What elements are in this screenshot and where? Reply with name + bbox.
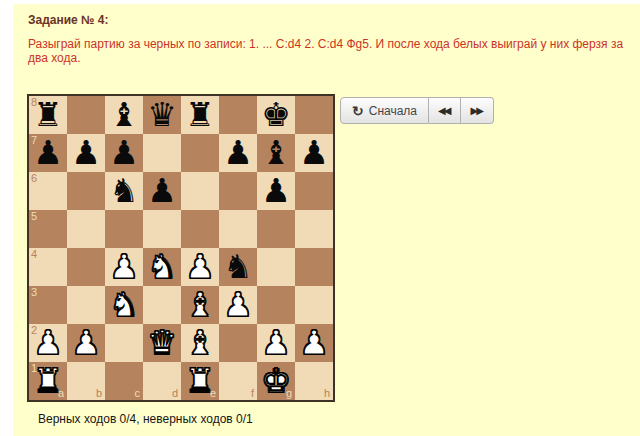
square-g5[interactable] — [257, 210, 295, 248]
piece-white-pawn[interactable]: ♟ — [223, 286, 253, 324]
square-f5[interactable] — [219, 210, 257, 248]
square-c4[interactable]: ♟ — [105, 248, 143, 286]
square-d5[interactable] — [143, 210, 181, 248]
piece-black-bishop[interactable]: ♝ — [109, 96, 139, 134]
playback-controls: ↻ Сначала ◀◀ ▶▶ — [340, 97, 494, 124]
square-a5[interactable]: 5 — [29, 210, 67, 248]
square-d4[interactable]: ♞ — [143, 248, 181, 286]
rewind-button[interactable]: ◀◀ — [429, 97, 461, 124]
square-g7[interactable]: ♝ — [257, 134, 295, 172]
square-f6[interactable] — [219, 172, 257, 210]
square-f2[interactable] — [219, 324, 257, 362]
square-c5[interactable] — [105, 210, 143, 248]
rank-label-4: 4 — [31, 249, 37, 260]
square-a7[interactable]: 7♟ — [29, 134, 67, 172]
square-f8[interactable] — [219, 96, 257, 134]
piece-black-bishop[interactable]: ♝ — [261, 134, 291, 172]
piece-black-pawn[interactable]: ♟ — [71, 134, 101, 172]
piece-black-rook[interactable]: ♜ — [33, 96, 63, 134]
square-d3[interactable] — [143, 286, 181, 324]
square-e6[interactable] — [181, 172, 219, 210]
file-label-h: h — [324, 388, 330, 399]
square-b1[interactable]: b — [67, 362, 105, 400]
square-h1[interactable]: h — [295, 362, 333, 400]
square-h2[interactable]: ♟ — [295, 324, 333, 362]
square-h8[interactable] — [295, 96, 333, 134]
piece-white-rook[interactable]: ♜ — [33, 362, 63, 400]
file-label-b: b — [96, 388, 102, 399]
forward-button[interactable]: ▶▶ — [461, 97, 493, 124]
piece-black-pawn[interactable]: ♟ — [223, 134, 253, 172]
chess-board: 8♜♝♛♜♚7♟♟♟♟♝♟6♞♟♟54♟♞♟♞3♞♝♟2♟♟♛♝♟♟1a♜bcd… — [29, 96, 333, 400]
square-h3[interactable] — [295, 286, 333, 324]
square-h6[interactable] — [295, 172, 333, 210]
file-label-d: d — [172, 388, 178, 399]
piece-black-queen[interactable]: ♛ — [147, 96, 177, 134]
piece-white-queen[interactable]: ♛ — [147, 324, 177, 362]
square-a8[interactable]: 8♜ — [29, 96, 67, 134]
piece-white-knight[interactable]: ♞ — [109, 286, 139, 324]
square-c3[interactable]: ♞ — [105, 286, 143, 324]
piece-black-king[interactable]: ♚ — [261, 96, 291, 134]
square-b4[interactable] — [67, 248, 105, 286]
square-c2[interactable] — [105, 324, 143, 362]
square-d1[interactable]: d — [143, 362, 181, 400]
square-g8[interactable]: ♚ — [257, 96, 295, 134]
square-g2[interactable]: ♟ — [257, 324, 295, 362]
square-f7[interactable]: ♟ — [219, 134, 257, 172]
square-b2[interactable]: ♟ — [67, 324, 105, 362]
square-c1[interactable]: c — [105, 362, 143, 400]
piece-black-pawn[interactable]: ♟ — [147, 172, 177, 210]
task-instructions: Разыграй партию за черных по записи: 1. … — [28, 37, 632, 65]
status-text: Верных ходов 0/4, неверных ходов 0/1 — [38, 412, 253, 426]
square-b8[interactable] — [67, 96, 105, 134]
square-a2[interactable]: 2♟ — [29, 324, 67, 362]
piece-white-pawn[interactable]: ♟ — [71, 324, 101, 362]
square-g6[interactable]: ♟ — [257, 172, 295, 210]
rewind-icon: ◀◀ — [438, 105, 451, 116]
square-g3[interactable] — [257, 286, 295, 324]
piece-white-king[interactable]: ♚ — [261, 362, 291, 400]
square-d8[interactable]: ♛ — [143, 96, 181, 134]
square-h4[interactable] — [295, 248, 333, 286]
piece-black-pawn[interactable]: ♟ — [109, 134, 139, 172]
square-c7[interactable]: ♟ — [105, 134, 143, 172]
piece-white-knight[interactable]: ♞ — [147, 248, 177, 286]
square-h7[interactable]: ♟ — [295, 134, 333, 172]
refresh-icon: ↻ — [352, 103, 364, 119]
square-a1[interactable]: 1a♜ — [29, 362, 67, 400]
square-c6[interactable]: ♞ — [105, 172, 143, 210]
piece-white-pawn[interactable]: ♟ — [185, 248, 215, 286]
square-b3[interactable] — [67, 286, 105, 324]
piece-white-bishop[interactable]: ♝ — [185, 286, 215, 324]
piece-white-pawn[interactable]: ♟ — [299, 324, 329, 362]
restart-button[interactable]: ↻ Сначала — [340, 97, 429, 124]
chess-board-frame: 8♜♝♛♜♚7♟♟♟♟♝♟6♞♟♟54♟♞♟♞3♞♝♟2♟♟♛♝♟♟1a♜bcd… — [27, 94, 335, 402]
piece-black-knight[interactable]: ♞ — [223, 248, 253, 286]
square-e5[interactable] — [181, 210, 219, 248]
piece-black-pawn[interactable]: ♟ — [261, 172, 291, 210]
square-c8[interactable]: ♝ — [105, 96, 143, 134]
square-a3[interactable]: 3 — [29, 286, 67, 324]
square-b5[interactable] — [67, 210, 105, 248]
task-title: Задание № 4: — [28, 13, 109, 27]
square-a4[interactable]: 4 — [29, 248, 67, 286]
square-f4[interactable]: ♞ — [219, 248, 257, 286]
square-d7[interactable] — [143, 134, 181, 172]
rank-label-6: 6 — [31, 173, 37, 184]
file-label-f: f — [251, 388, 254, 399]
piece-white-pawn[interactable]: ♟ — [33, 324, 63, 362]
file-label-c: c — [135, 388, 141, 399]
square-f3[interactable]: ♟ — [219, 286, 257, 324]
square-e7[interactable] — [181, 134, 219, 172]
piece-black-rook[interactable]: ♜ — [185, 96, 215, 134]
piece-white-rook[interactable]: ♜ — [185, 362, 215, 400]
rank-label-5: 5 — [31, 211, 37, 222]
forward-icon: ▶▶ — [470, 105, 483, 116]
square-e8[interactable]: ♜ — [181, 96, 219, 134]
square-f1[interactable]: f — [219, 362, 257, 400]
piece-black-knight[interactable]: ♞ — [109, 172, 139, 210]
square-d6[interactable]: ♟ — [143, 172, 181, 210]
rank-label-3: 3 — [31, 287, 37, 298]
piece-white-pawn[interactable]: ♟ — [109, 248, 139, 286]
square-d2[interactable]: ♛ — [143, 324, 181, 362]
square-e1[interactable]: e♜ — [181, 362, 219, 400]
square-g1[interactable]: g♚ — [257, 362, 295, 400]
square-h5[interactable] — [295, 210, 333, 248]
piece-black-pawn[interactable]: ♟ — [299, 134, 329, 172]
piece-white-bishop[interactable]: ♝ — [185, 324, 215, 362]
square-a6[interactable]: 6 — [29, 172, 67, 210]
square-g4[interactable] — [257, 248, 295, 286]
square-e3[interactable]: ♝ — [181, 286, 219, 324]
square-b7[interactable]: ♟ — [67, 134, 105, 172]
square-e4[interactable]: ♟ — [181, 248, 219, 286]
restart-button-label: Сначала — [369, 104, 417, 118]
piece-black-pawn[interactable]: ♟ — [33, 134, 63, 172]
square-e2[interactable]: ♝ — [181, 324, 219, 362]
square-b6[interactable] — [67, 172, 105, 210]
piece-white-pawn[interactable]: ♟ — [261, 324, 291, 362]
